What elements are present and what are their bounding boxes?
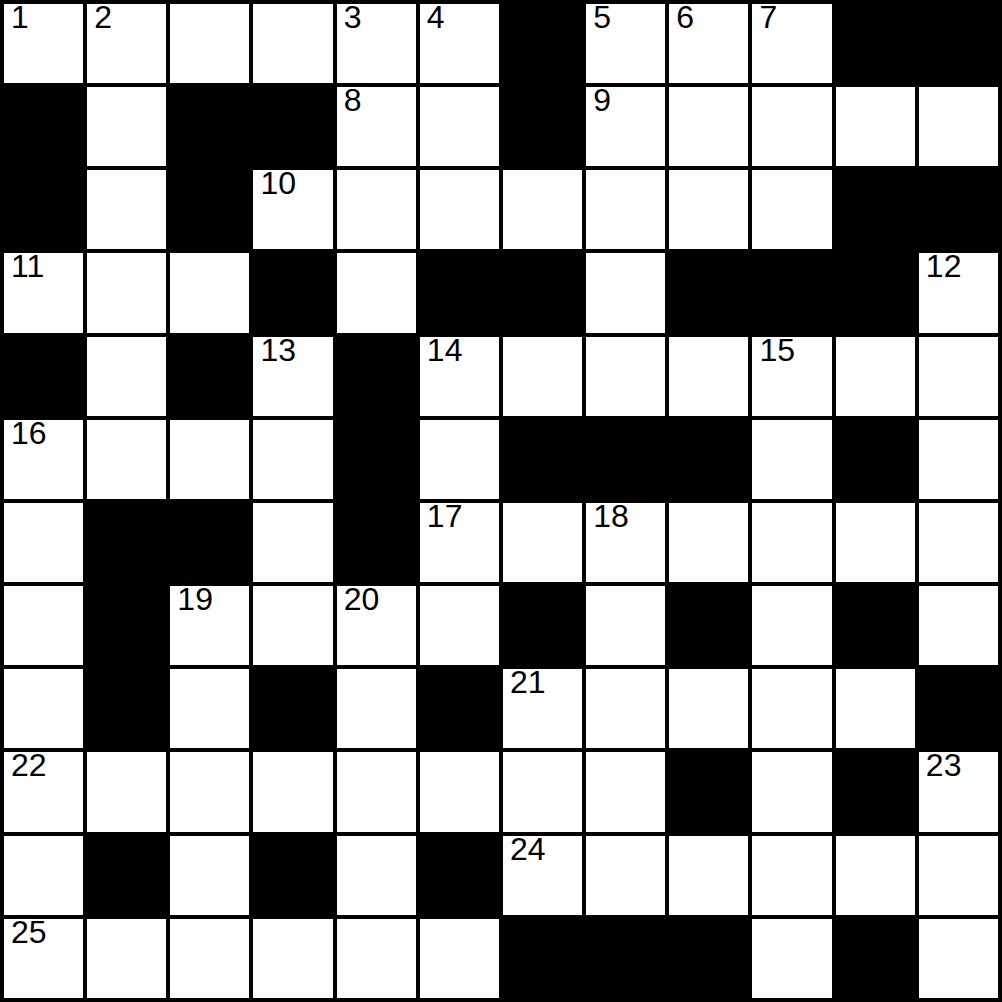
letter-cell[interactable]	[4, 669, 83, 748]
letter-cell[interactable]	[87, 170, 166, 249]
letter-cell[interactable]: 10	[253, 170, 332, 249]
block-cell	[503, 919, 582, 998]
letter-cell[interactable]: 8	[337, 87, 416, 166]
letter-cell[interactable]	[170, 253, 249, 332]
letter-cell[interactable]: 5	[586, 4, 665, 83]
letter-cell[interactable]	[752, 752, 831, 831]
block-cell	[170, 170, 249, 249]
block-cell	[253, 253, 332, 332]
letter-cell[interactable]: 18	[586, 503, 665, 582]
block-cell	[170, 337, 249, 416]
letter-cell[interactable]: 4	[420, 4, 499, 83]
letter-cell[interactable]	[669, 836, 748, 915]
letter-cell[interactable]	[836, 337, 915, 416]
block-cell	[836, 586, 915, 665]
clue-number: 4	[427, 1, 445, 33]
block-cell	[337, 420, 416, 499]
clue-number: 8	[344, 84, 362, 116]
clue-number: 16	[11, 417, 47, 449]
clue-number: 2	[94, 1, 112, 33]
letter-cell[interactable]	[253, 586, 332, 665]
block-cell	[170, 87, 249, 166]
letter-cell[interactable]: 16	[4, 420, 83, 499]
clue-number: 7	[759, 1, 777, 33]
block-cell	[586, 919, 665, 998]
clue-number: 24	[510, 833, 546, 865]
letter-cell[interactable]	[337, 836, 416, 915]
letter-cell[interactable]: 1	[4, 4, 83, 83]
letter-cell[interactable]	[503, 170, 582, 249]
letter-cell[interactable]	[87, 253, 166, 332]
block-cell	[87, 503, 166, 582]
clue-number: 9	[593, 84, 611, 116]
letter-cell[interactable]: 2	[87, 4, 166, 83]
letter-cell[interactable]	[919, 919, 998, 998]
block-cell	[420, 253, 499, 332]
clue-number: 22	[11, 749, 47, 781]
letter-cell[interactable]: 9	[586, 87, 665, 166]
letter-cell[interactable]	[87, 420, 166, 499]
letter-cell[interactable]	[586, 253, 665, 332]
clue-number: 18	[593, 500, 629, 532]
clue-number: 17	[427, 500, 463, 532]
letter-cell[interactable]	[420, 919, 499, 998]
clue-number: 25	[11, 916, 47, 948]
letter-cell[interactable]	[253, 4, 332, 83]
letter-cell[interactable]	[919, 420, 998, 499]
letter-cell[interactable]	[752, 919, 831, 998]
letter-cell[interactable]	[253, 503, 332, 582]
letter-cell[interactable]	[253, 919, 332, 998]
letter-cell[interactable]	[337, 170, 416, 249]
block-cell	[586, 420, 665, 499]
clue-number: 19	[177, 583, 213, 615]
letter-cell[interactable]	[503, 503, 582, 582]
letter-cell[interactable]	[586, 669, 665, 748]
letter-cell[interactable]	[586, 337, 665, 416]
clue-number: 6	[676, 1, 694, 33]
block-cell	[170, 503, 249, 582]
crossword-grid: 1234567891011121314151617181920212223242…	[0, 0, 1002, 1002]
letter-cell[interactable]	[420, 586, 499, 665]
block-cell	[919, 170, 998, 249]
letter-cell[interactable]	[420, 170, 499, 249]
block-cell	[503, 420, 582, 499]
block-cell	[836, 919, 915, 998]
clue-number: 3	[344, 1, 362, 33]
letter-cell[interactable]	[752, 170, 831, 249]
block-cell	[669, 586, 748, 665]
letter-cell[interactable]: 21	[503, 669, 582, 748]
letter-cell[interactable]	[170, 669, 249, 748]
block-cell	[669, 420, 748, 499]
clue-number: 10	[260, 167, 296, 199]
block-cell	[4, 170, 83, 249]
clue-number: 15	[759, 334, 795, 366]
block-cell	[253, 87, 332, 166]
letter-cell[interactable]: 19	[170, 586, 249, 665]
block-cell	[919, 669, 998, 748]
letter-cell[interactable]	[752, 503, 831, 582]
letter-cell[interactable]	[919, 87, 998, 166]
block-cell	[836, 4, 915, 83]
letter-cell[interactable]	[337, 752, 416, 831]
letter-cell[interactable]	[253, 420, 332, 499]
letter-cell[interactable]	[420, 420, 499, 499]
letter-cell[interactable]	[836, 503, 915, 582]
letter-cell[interactable]	[420, 752, 499, 831]
block-cell	[4, 337, 83, 416]
letter-cell[interactable]: 15	[752, 337, 831, 416]
clue-number: 13	[260, 334, 296, 366]
letter-cell[interactable]	[87, 87, 166, 166]
letter-cell[interactable]	[752, 420, 831, 499]
letter-cell[interactable]: 11	[4, 253, 83, 332]
block-cell	[669, 752, 748, 831]
block-cell	[836, 752, 915, 831]
letter-cell[interactable]	[87, 337, 166, 416]
block-cell	[503, 253, 582, 332]
block-cell	[503, 87, 582, 166]
letter-cell[interactable]: 24	[503, 836, 582, 915]
letter-cell[interactable]	[170, 420, 249, 499]
clue-number: 1	[11, 1, 29, 33]
letter-cell[interactable]	[4, 503, 83, 582]
letter-cell[interactable]: 17	[420, 503, 499, 582]
letter-cell[interactable]	[669, 503, 748, 582]
letter-cell[interactable]	[337, 253, 416, 332]
letter-cell[interactable]: 22	[4, 752, 83, 831]
letter-cell[interactable]	[87, 919, 166, 998]
letter-cell[interactable]	[919, 586, 998, 665]
letter-cell[interactable]: 7	[752, 4, 831, 83]
letter-cell[interactable]	[752, 669, 831, 748]
letter-cell[interactable]	[87, 752, 166, 831]
clue-number: 21	[510, 666, 546, 698]
letter-cell[interactable]	[836, 87, 915, 166]
letter-cell[interactable]: 25	[4, 919, 83, 998]
letter-cell[interactable]	[337, 669, 416, 748]
block-cell	[87, 586, 166, 665]
block-cell	[87, 836, 166, 915]
letter-cell[interactable]	[919, 836, 998, 915]
letter-cell[interactable]	[170, 919, 249, 998]
letter-cell[interactable]	[253, 752, 332, 831]
block-cell	[503, 586, 582, 665]
letter-cell[interactable]	[503, 752, 582, 831]
block-cell	[337, 503, 416, 582]
letter-cell[interactable]	[836, 836, 915, 915]
block-cell	[420, 836, 499, 915]
letter-cell[interactable]	[503, 337, 582, 416]
letter-cell[interactable]	[420, 87, 499, 166]
letter-cell[interactable]	[170, 836, 249, 915]
block-cell	[337, 337, 416, 416]
block-cell	[253, 669, 332, 748]
block-cell	[503, 4, 582, 83]
block-cell	[919, 4, 998, 83]
letter-cell[interactable]: 12	[919, 253, 998, 332]
letter-cell[interactable]	[919, 503, 998, 582]
letter-cell[interactable]	[752, 586, 831, 665]
letter-cell[interactable]	[669, 669, 748, 748]
block-cell	[669, 919, 748, 998]
letter-cell[interactable]	[586, 836, 665, 915]
clue-number: 12	[926, 250, 962, 282]
block-cell	[669, 253, 748, 332]
block-cell	[87, 669, 166, 748]
clue-number: 5	[593, 1, 611, 33]
block-cell	[836, 170, 915, 249]
letter-cell[interactable]: 3	[337, 4, 416, 83]
block-cell	[752, 253, 831, 332]
block-cell	[253, 836, 332, 915]
letter-cell[interactable]	[669, 337, 748, 416]
clue-number: 11	[11, 250, 44, 282]
letter-cell[interactable]	[170, 752, 249, 831]
letter-cell[interactable]: 13	[253, 337, 332, 416]
letter-cell[interactable]: 14	[420, 337, 499, 416]
letter-cell[interactable]: 23	[919, 752, 998, 831]
block-cell	[420, 669, 499, 748]
block-cell	[836, 253, 915, 332]
letter-cell[interactable]	[669, 170, 748, 249]
letter-cell[interactable]	[669, 87, 748, 166]
letter-cell[interactable]	[586, 170, 665, 249]
letter-cell[interactable]	[586, 752, 665, 831]
letter-cell[interactable]	[170, 4, 249, 83]
letter-cell[interactable]	[919, 337, 998, 416]
letter-cell[interactable]	[586, 586, 665, 665]
clue-number: 23	[926, 749, 962, 781]
letter-cell[interactable]	[752, 87, 831, 166]
letter-cell[interactable]	[752, 836, 831, 915]
letter-cell[interactable]: 6	[669, 4, 748, 83]
letter-cell[interactable]	[836, 669, 915, 748]
clue-number: 14	[427, 334, 463, 366]
block-cell	[836, 420, 915, 499]
clue-number: 20	[344, 583, 380, 615]
block-cell	[4, 87, 83, 166]
letter-cell[interactable]	[4, 836, 83, 915]
letter-cell[interactable]	[337, 919, 416, 998]
letter-cell[interactable]: 20	[337, 586, 416, 665]
letter-cell[interactable]	[4, 586, 83, 665]
